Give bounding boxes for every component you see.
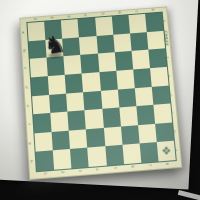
board-square bbox=[88, 147, 107, 167]
black-knight: ♞ bbox=[40, 31, 69, 59]
board-square bbox=[105, 145, 124, 165]
board-square: ❖ bbox=[157, 141, 176, 161]
board-square bbox=[66, 92, 84, 112]
board-square bbox=[130, 32, 148, 51]
board-square bbox=[69, 129, 88, 149]
board-square bbox=[111, 15, 129, 34]
board-square bbox=[135, 86, 154, 106]
board-square bbox=[98, 52, 116, 72]
board-square bbox=[103, 126, 122, 146]
board-square bbox=[139, 142, 158, 162]
board-square bbox=[121, 125, 140, 145]
board-square bbox=[48, 75, 66, 95]
board-square bbox=[99, 71, 118, 91]
board-square bbox=[49, 93, 67, 113]
diamond-emblem-icon: ❖ bbox=[157, 142, 175, 161]
board-square bbox=[30, 58, 48, 78]
board-square bbox=[147, 30, 166, 49]
board-square bbox=[32, 94, 50, 114]
board-square bbox=[122, 144, 141, 164]
board-square bbox=[152, 85, 171, 105]
board-square bbox=[114, 51, 132, 71]
board-square bbox=[52, 130, 71, 150]
board-square bbox=[68, 110, 87, 130]
board-square bbox=[150, 67, 169, 87]
board-square bbox=[100, 89, 119, 109]
board-square bbox=[102, 108, 121, 128]
board-square bbox=[83, 90, 102, 110]
board-square bbox=[117, 88, 136, 108]
brand-text: CHESS bbox=[164, 31, 170, 47]
board-square bbox=[138, 124, 157, 144]
board-square bbox=[33, 113, 51, 133]
board-square bbox=[148, 49, 167, 69]
board-square bbox=[155, 122, 174, 142]
board-square bbox=[50, 112, 69, 132]
board-square bbox=[86, 128, 105, 148]
board-square bbox=[31, 76, 49, 96]
board-square bbox=[78, 18, 96, 37]
board-square bbox=[65, 73, 83, 93]
board-square bbox=[64, 55, 82, 75]
board-square bbox=[145, 13, 163, 32]
board-square bbox=[34, 132, 53, 152]
board-square bbox=[81, 54, 99, 74]
board-square bbox=[79, 36, 97, 55]
board-square bbox=[96, 34, 114, 53]
board-square bbox=[36, 151, 55, 171]
board-square bbox=[136, 105, 155, 125]
board-square bbox=[119, 106, 138, 126]
photo-stage: ❖ 12345678 12345678 abcdefgh hgfedcba CH… bbox=[0, 0, 200, 200]
board-square bbox=[85, 109, 104, 129]
board-square bbox=[153, 104, 172, 124]
sheet-edge-sliver bbox=[178, 190, 200, 200]
board-square bbox=[53, 149, 72, 169]
board-square bbox=[113, 33, 131, 52]
board-square bbox=[128, 14, 146, 33]
chess-board: ❖ 12345678 12345678 abcdefgh hgfedcba CH… bbox=[19, 6, 182, 180]
board-square bbox=[70, 148, 89, 168]
board-square bbox=[133, 68, 152, 88]
board-square bbox=[82, 72, 100, 92]
board-square bbox=[95, 16, 113, 35]
board-square bbox=[131, 50, 150, 70]
board-square bbox=[116, 69, 135, 89]
